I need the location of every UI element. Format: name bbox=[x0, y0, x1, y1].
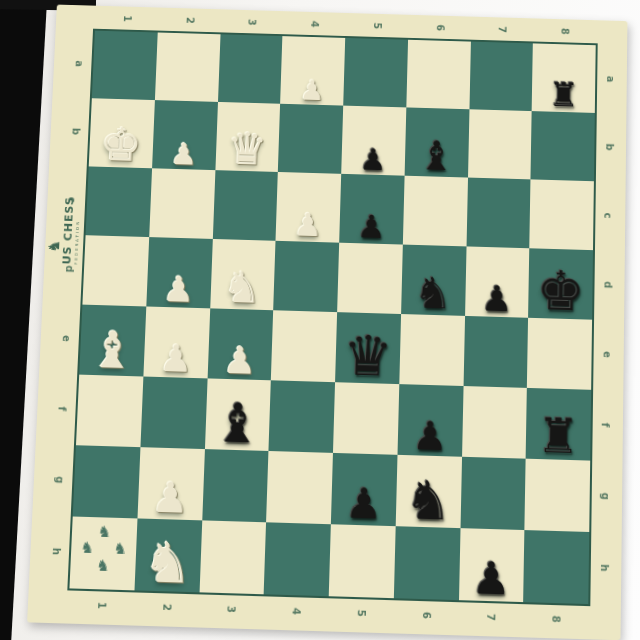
square-a4[interactable]: ♟ bbox=[280, 36, 345, 105]
motif-knight-icon: ♞ bbox=[90, 558, 114, 582]
square-e4[interactable] bbox=[271, 310, 337, 382]
square-f6[interactable]: ♟ bbox=[397, 384, 463, 457]
black-rook-f8: ♜ bbox=[526, 414, 591, 459]
file-label-right-d: d bbox=[603, 281, 614, 288]
square-h5[interactable] bbox=[329, 524, 396, 598]
square-h6[interactable] bbox=[394, 526, 460, 600]
rank-label-bottom-6: 6 bbox=[420, 611, 431, 619]
square-b2[interactable]: ♟ bbox=[152, 100, 218, 170]
square-e3[interactable]: ♟ bbox=[207, 308, 273, 380]
square-g2[interactable]: ♟ bbox=[137, 447, 204, 520]
square-g8[interactable] bbox=[525, 459, 591, 532]
file-label-right-c: c bbox=[603, 212, 614, 218]
white-king-b1: ♚ bbox=[89, 123, 154, 166]
rank-label-top-2: 2 bbox=[184, 17, 195, 24]
us-chess-logo-subtitle: FEDERATION bbox=[73, 229, 80, 265]
us-chess-logo: ♞ US CHESS FEDERATION bbox=[46, 228, 80, 265]
square-b6[interactable]: ♝ bbox=[404, 107, 469, 177]
black-pawn-d7: ♟ bbox=[465, 283, 529, 316]
file-label-left-d: d bbox=[64, 265, 75, 272]
square-f4[interactable] bbox=[269, 380, 335, 453]
square-b1[interactable]: ♚ bbox=[89, 98, 155, 168]
square-c7[interactable] bbox=[466, 178, 531, 249]
file-label-left-h: h bbox=[51, 548, 62, 556]
square-h8[interactable] bbox=[523, 530, 589, 604]
rank-label-bottom-3: 3 bbox=[226, 606, 237, 614]
square-h2[interactable]: ♞ bbox=[134, 518, 202, 592]
square-c8[interactable] bbox=[530, 179, 594, 250]
square-a5[interactable] bbox=[343, 38, 408, 107]
square-g1[interactable] bbox=[73, 445, 140, 518]
white-bishop-e1: ♝ bbox=[79, 328, 145, 375]
rank-label-bottom-1: 1 bbox=[96, 602, 108, 610]
white-queen-b3: ♛ bbox=[215, 129, 279, 170]
black-bishop-b6: ♝ bbox=[404, 138, 468, 176]
black-pawn-f6: ♟ bbox=[397, 417, 462, 454]
square-e6[interactable] bbox=[399, 314, 465, 386]
rank-label-top-3: 3 bbox=[247, 19, 258, 26]
square-f1[interactable] bbox=[76, 375, 143, 448]
file-label-left-a: a bbox=[73, 60, 84, 67]
file-label-right-e: e bbox=[601, 351, 612, 358]
rank-label-bottom-8: 8 bbox=[550, 615, 561, 623]
white-pawn-e3: ♟ bbox=[207, 343, 272, 378]
square-b4[interactable] bbox=[278, 104, 343, 174]
square-c2[interactable] bbox=[149, 168, 215, 239]
square-f2[interactable] bbox=[140, 377, 207, 450]
square-g6[interactable]: ♞ bbox=[395, 455, 461, 528]
white-knight-h2: ♞ bbox=[134, 538, 201, 590]
square-e2[interactable]: ♟ bbox=[143, 306, 210, 378]
square-f8[interactable]: ♜ bbox=[526, 388, 591, 461]
square-h1[interactable]: ♞♞♞♞ bbox=[69, 517, 137, 591]
square-h3[interactable] bbox=[199, 520, 266, 594]
square-e8[interactable] bbox=[527, 318, 592, 390]
rank-label-top-8: 8 bbox=[560, 28, 571, 35]
square-e7[interactable] bbox=[463, 316, 528, 388]
rank-label-bottom-4: 4 bbox=[291, 608, 302, 616]
square-b8[interactable] bbox=[531, 111, 595, 181]
rank-label-top-5: 5 bbox=[372, 22, 383, 29]
black-pawn-h7: ♟ bbox=[459, 558, 525, 600]
square-a2[interactable] bbox=[155, 32, 220, 101]
rank-label-bottom-5: 5 bbox=[356, 609, 367, 617]
black-queen-e5: ♛ bbox=[335, 331, 400, 383]
square-a8[interactable]: ♜ bbox=[532, 43, 596, 113]
square-e5[interactable]: ♛ bbox=[335, 312, 401, 384]
file-label-left-b: b bbox=[70, 128, 81, 135]
rank-label-top-7: 7 bbox=[497, 26, 508, 33]
black-bishop-f3: ♝ bbox=[205, 399, 271, 449]
white-pawn-b2: ♟ bbox=[152, 140, 216, 168]
square-h4[interactable] bbox=[264, 522, 331, 596]
white-knight-d3: ♞ bbox=[210, 268, 275, 308]
square-a1[interactable] bbox=[92, 31, 158, 100]
file-label-left-e: e bbox=[61, 335, 72, 342]
square-g7[interactable] bbox=[460, 457, 526, 530]
square-c6[interactable] bbox=[403, 176, 468, 247]
file-label-right-a: a bbox=[605, 76, 616, 83]
rank-label-top-4: 4 bbox=[309, 21, 320, 28]
board-mat: ♞ US CHESS FEDERATION ♟♜♚♟♛♟♝♟♟♟♞♞♟♚♝♟♟♛… bbox=[27, 5, 627, 640]
square-c4[interactable]: ♟ bbox=[276, 172, 341, 243]
square-d5[interactable] bbox=[337, 243, 402, 314]
white-pawn-d2: ♟ bbox=[146, 273, 211, 306]
square-d4[interactable] bbox=[273, 241, 339, 312]
black-knight-g6: ♞ bbox=[395, 476, 461, 526]
white-pawn-c4: ♟ bbox=[276, 210, 340, 240]
square-d3[interactable]: ♞ bbox=[210, 239, 276, 310]
square-g5[interactable]: ♟ bbox=[331, 453, 397, 526]
table-surface: ♞ US CHESS FEDERATION ♟♜♚♟♛♟♝♟♟♟♞♞♟♚♝♟♟♛… bbox=[0, 0, 640, 640]
us-chess-knight-motif: ♞♞♞♞ bbox=[70, 520, 136, 587]
rank-label-bottom-7: 7 bbox=[485, 613, 496, 621]
white-pawn-a4: ♟ bbox=[280, 77, 344, 103]
square-b3[interactable]: ♛ bbox=[215, 102, 280, 172]
black-knight-d6: ♞ bbox=[401, 274, 466, 314]
rank-label-top-6: 6 bbox=[434, 24, 445, 31]
board-grid: ♟♜♚♟♛♟♝♟♟♟♞♞♟♚♝♟♟♛♝♟♜♟♟♞♞♞♞♞♞♟ bbox=[69, 31, 595, 604]
black-king-d8: ♚ bbox=[528, 267, 592, 317]
square-d7[interactable]: ♟ bbox=[465, 246, 530, 317]
rank-label-bottom-2: 2 bbox=[161, 604, 172, 612]
square-f5[interactable] bbox=[333, 382, 399, 455]
square-c1[interactable] bbox=[86, 166, 152, 237]
square-d6[interactable]: ♞ bbox=[401, 245, 466, 316]
square-f3[interactable]: ♝ bbox=[204, 378, 271, 451]
white-pawn-e2: ♟ bbox=[143, 341, 208, 376]
square-a3[interactable] bbox=[217, 34, 282, 103]
square-b5[interactable]: ♟ bbox=[341, 106, 406, 176]
file-label-right-b: b bbox=[604, 143, 615, 150]
square-a6[interactable] bbox=[406, 40, 470, 110]
square-a7[interactable] bbox=[469, 42, 533, 112]
file-label-right-f: f bbox=[599, 423, 610, 428]
black-pawn-b5: ♟ bbox=[341, 145, 405, 173]
square-h7[interactable]: ♟ bbox=[458, 528, 524, 602]
black-pawn-g5: ♟ bbox=[331, 485, 397, 525]
rank-label-top-1: 1 bbox=[122, 15, 133, 22]
square-g3[interactable] bbox=[202, 449, 269, 522]
square-c5[interactable]: ♟ bbox=[339, 174, 404, 245]
square-d2[interactable]: ♟ bbox=[146, 237, 212, 308]
square-g4[interactable] bbox=[266, 451, 333, 524]
file-label-left-c: c bbox=[67, 197, 78, 203]
file-label-left-f: f bbox=[56, 406, 67, 411]
square-c3[interactable] bbox=[212, 170, 278, 241]
square-d8[interactable]: ♚ bbox=[528, 248, 593, 319]
file-label-right-g: g bbox=[600, 492, 611, 500]
square-b7[interactable] bbox=[468, 109, 532, 179]
black-pawn-c5: ♟ bbox=[339, 212, 403, 242]
square-e1[interactable]: ♝ bbox=[79, 305, 146, 377]
square-d1[interactable] bbox=[82, 235, 149, 306]
black-rook-a8: ♜ bbox=[532, 80, 595, 111]
file-label-right-h: h bbox=[599, 564, 610, 572]
file-label-left-g: g bbox=[54, 476, 65, 484]
square-f7[interactable] bbox=[462, 386, 528, 459]
white-pawn-g2: ♟ bbox=[137, 479, 203, 519]
